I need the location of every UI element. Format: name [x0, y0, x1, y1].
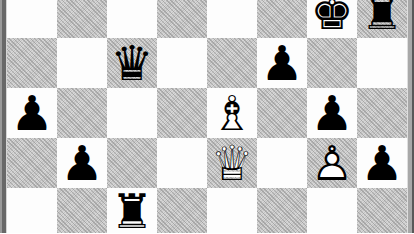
square-e5[interactable]: ♛♕	[207, 138, 257, 188]
square-g7[interactable]	[307, 38, 357, 88]
square-h4[interactable]	[357, 188, 407, 233]
black-pawn-piece: ♟	[360, 139, 403, 187]
square-b8[interactable]	[57, 0, 107, 38]
black-pawn-piece: ♟	[60, 139, 103, 187]
square-a7[interactable]	[7, 38, 57, 88]
square-g5[interactable]: ♟♙	[307, 138, 357, 188]
square-h7[interactable]	[357, 38, 407, 88]
board-frame-left	[0, 0, 7, 233]
square-d6[interactable]	[157, 88, 207, 138]
white-piece-outline: ♗	[210, 85, 253, 141]
white-piece-outline: ♕	[210, 135, 253, 191]
black-pawn-piece: ♟	[260, 39, 303, 87]
chess-board: ♚♜♛♟♟♝♗♟♟♛♕♟♙♟♜	[7, 0, 407, 233]
black-rook-piece: ♜	[110, 187, 153, 234]
square-a5[interactable]	[7, 138, 57, 188]
board-frame-right	[407, 0, 414, 233]
black-queen-piece: ♛	[110, 39, 153, 87]
square-d4[interactable]	[157, 188, 207, 233]
square-b7[interactable]	[57, 38, 107, 88]
white-piece-outline: ♙	[310, 135, 353, 191]
square-g8[interactable]: ♚	[307, 0, 357, 38]
square-h8[interactable]: ♜	[357, 0, 407, 38]
square-d5[interactable]	[157, 138, 207, 188]
square-f6[interactable]	[257, 88, 307, 138]
square-c6[interactable]	[107, 88, 157, 138]
black-pawn-piece: ♟	[10, 89, 53, 137]
square-c4[interactable]: ♜	[107, 188, 157, 233]
square-d7[interactable]	[157, 38, 207, 88]
square-e7[interactable]	[207, 38, 257, 88]
square-c5[interactable]	[107, 138, 157, 188]
square-e6[interactable]: ♝♗	[207, 88, 257, 138]
square-a8[interactable]	[7, 0, 57, 38]
square-d8[interactable]	[157, 0, 207, 38]
square-a4[interactable]	[7, 188, 57, 233]
black-pawn-piece: ♟	[310, 89, 353, 137]
chess-diagram: ♚♜♛♟♟♝♗♟♟♛♕♟♙♟♜	[0, 0, 414, 233]
black-rook-piece: ♜	[360, 0, 403, 36]
square-f7[interactable]: ♟	[257, 38, 307, 88]
square-e8[interactable]	[207, 0, 257, 38]
square-e4[interactable]	[207, 188, 257, 233]
square-g4[interactable]	[307, 188, 357, 233]
square-g6[interactable]: ♟	[307, 88, 357, 138]
square-c7[interactable]: ♛	[107, 38, 157, 88]
white-pawn-piece: ♟♙	[310, 139, 353, 187]
square-a6[interactable]: ♟	[7, 88, 57, 138]
square-b5[interactable]: ♟	[57, 138, 107, 188]
white-bishop-piece: ♝♗	[210, 89, 253, 137]
black-king-piece: ♚	[310, 0, 353, 36]
square-b4[interactable]	[57, 188, 107, 233]
square-f4[interactable]	[257, 188, 307, 233]
square-f5[interactable]	[257, 138, 307, 188]
square-f8[interactable]	[257, 0, 307, 38]
square-h6[interactable]	[357, 88, 407, 138]
square-b6[interactable]	[57, 88, 107, 138]
square-c8[interactable]	[107, 0, 157, 38]
square-h5[interactable]: ♟	[357, 138, 407, 188]
white-queen-piece: ♛♕	[210, 139, 253, 187]
